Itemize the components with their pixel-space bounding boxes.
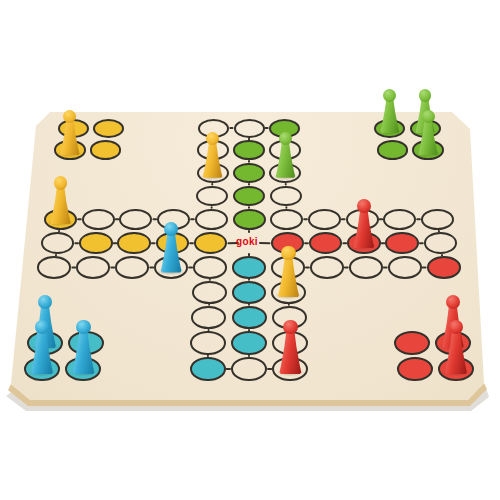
cell-c4r7[interactable] <box>192 281 227 304</box>
cell-c5r1-G[interactable] <box>233 140 265 160</box>
pawn-body <box>58 118 81 155</box>
cell-c2r6[interactable] <box>115 256 149 278</box>
cell-c7r4[interactable] <box>308 209 341 230</box>
pawn-body <box>159 230 184 272</box>
pawn-body <box>201 139 225 177</box>
pawn-yellow-1[interactable] <box>58 110 81 155</box>
cell-c10r4[interactable] <box>421 209 454 230</box>
pawn-head <box>383 89 396 102</box>
pawn-head <box>38 295 53 310</box>
cell-c9r10-R[interactable] <box>397 357 433 382</box>
goki-logo: goki <box>227 236 267 247</box>
cell-c9r1-G[interactable] <box>377 140 409 160</box>
pawn-blue-3[interactable] <box>70 320 97 375</box>
cell-c4r3[interactable] <box>196 186 229 207</box>
cell-c5r8-B[interactable] <box>232 306 267 329</box>
cell-c8r6[interactable] <box>349 256 383 278</box>
pawn-green-4[interactable] <box>274 132 298 178</box>
cell-c4r9[interactable] <box>190 331 226 355</box>
cell-c9r4[interactable] <box>383 209 416 230</box>
cell-c0r6[interactable] <box>37 256 71 278</box>
pawn-head <box>54 176 68 190</box>
pawn-yellow-4[interactable] <box>276 246 301 297</box>
cell-c4r4[interactable] <box>195 209 228 230</box>
cell-c5r6-B[interactable] <box>232 256 266 278</box>
board-photo-scene: goki <box>0 0 500 500</box>
pawn-body <box>48 184 72 224</box>
cell-c10r6-R[interactable] <box>427 256 461 278</box>
pawn-body <box>443 328 470 374</box>
pawn-blue-2[interactable] <box>29 320 56 375</box>
pawn-green-3[interactable] <box>416 110 439 155</box>
cell-c1r6[interactable] <box>76 256 110 278</box>
cell-c6r4[interactable] <box>270 209 303 230</box>
pawn-blue-4[interactable] <box>159 222 184 272</box>
pawn-body <box>29 328 56 374</box>
pawn-yellow-2[interactable] <box>48 176 72 224</box>
pawn-red-2[interactable] <box>443 320 470 375</box>
pawn-body <box>277 328 304 374</box>
pawn-head <box>63 110 76 123</box>
pawn-head <box>422 110 435 123</box>
cell-c1r0-Y[interactable] <box>93 119 124 138</box>
pawn-head <box>281 246 295 260</box>
cell-c5r4-G[interactable] <box>233 209 266 230</box>
pawn-body <box>276 254 301 297</box>
pawn-body <box>416 118 439 155</box>
cell-c5r10[interactable] <box>231 357 267 382</box>
pawn-head <box>76 320 91 335</box>
pawn-head <box>449 320 464 335</box>
pawn-body <box>352 207 377 248</box>
pawn-head <box>419 89 432 102</box>
pawn-head <box>279 132 292 145</box>
cell-c4r6[interactable] <box>193 256 227 278</box>
pawn-head <box>35 320 50 335</box>
pawn-head <box>446 295 461 310</box>
pawn-head <box>283 320 298 335</box>
pawn-head <box>164 222 178 236</box>
cell-c9r5-R[interactable] <box>385 232 419 254</box>
pawn-red-3[interactable] <box>352 199 377 248</box>
cell-c7r6[interactable] <box>310 256 344 278</box>
cell-c4r10-B[interactable] <box>190 357 226 382</box>
pawn-body <box>274 139 298 177</box>
cell-c9r6[interactable] <box>388 256 422 278</box>
pawn-body <box>378 96 401 133</box>
cell-c1r5-Y[interactable] <box>79 232 113 254</box>
cell-c5r2-G[interactable] <box>233 163 265 183</box>
pawn-red-4[interactable] <box>277 320 304 375</box>
cell-c2r5-Y[interactable] <box>117 232 151 254</box>
pawn-body <box>70 328 97 374</box>
cell-c5r7-B[interactable] <box>232 281 267 304</box>
cell-c5r0[interactable] <box>234 119 265 138</box>
pawn-green-1[interactable] <box>378 89 401 133</box>
pawn-head <box>206 132 219 145</box>
track-connector-lines <box>0 0 500 500</box>
cell-c9r9-R[interactable] <box>394 331 430 355</box>
cell-c5r9-B[interactable] <box>231 331 267 355</box>
pawn-head <box>357 199 371 213</box>
cell-c1r4[interactable] <box>82 209 115 230</box>
pawn-yellow-3[interactable] <box>201 132 225 178</box>
